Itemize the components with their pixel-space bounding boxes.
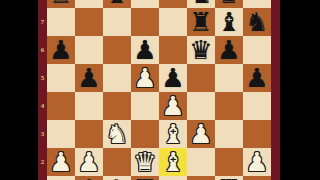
rank-label-7: 7 bbox=[38, 17, 47, 27]
square-b2 bbox=[75, 148, 103, 176]
square-f2 bbox=[187, 148, 215, 176]
square-g7 bbox=[215, 8, 243, 36]
square-e4 bbox=[159, 92, 187, 120]
square-d2 bbox=[131, 148, 159, 176]
square-d7 bbox=[131, 8, 159, 36]
square-h5 bbox=[243, 64, 271, 92]
square-e2 bbox=[159, 148, 187, 176]
square-a7 bbox=[47, 8, 75, 36]
square-h8 bbox=[243, 0, 271, 8]
square-a2 bbox=[47, 148, 75, 176]
square-g5 bbox=[215, 64, 243, 92]
square-e1 bbox=[159, 176, 187, 180]
square-f5 bbox=[187, 64, 215, 92]
rank-label-3: 3 bbox=[38, 129, 47, 139]
square-d4 bbox=[131, 92, 159, 120]
square-d5 bbox=[131, 64, 159, 92]
square-a8 bbox=[47, 0, 75, 8]
letterbox-right bbox=[280, 0, 320, 180]
square-c4 bbox=[103, 92, 131, 120]
square-f7 bbox=[187, 8, 215, 36]
square-b1 bbox=[75, 176, 103, 180]
square-h7 bbox=[243, 8, 271, 36]
square-f3 bbox=[187, 120, 215, 148]
square-f8 bbox=[187, 0, 215, 8]
square-a3 bbox=[47, 120, 75, 148]
square-b7 bbox=[75, 8, 103, 36]
square-c2 bbox=[103, 148, 131, 176]
square-g6 bbox=[215, 36, 243, 64]
square-a1 bbox=[47, 176, 75, 180]
square-b5 bbox=[75, 64, 103, 92]
square-d1 bbox=[131, 176, 159, 180]
rank-label-5: 5 bbox=[38, 73, 47, 83]
square-f4 bbox=[187, 92, 215, 120]
square-g2 bbox=[215, 148, 243, 176]
square-e6 bbox=[159, 36, 187, 64]
letterbox-left bbox=[0, 0, 38, 180]
square-b4 bbox=[75, 92, 103, 120]
rank-label-6: 6 bbox=[38, 45, 47, 55]
square-b3 bbox=[75, 120, 103, 148]
square-g8 bbox=[215, 0, 243, 8]
rank-label-2: 2 bbox=[38, 157, 47, 167]
square-e5 bbox=[159, 64, 187, 92]
square-h1 bbox=[243, 176, 271, 180]
square-g1 bbox=[215, 176, 243, 180]
square-c3 bbox=[103, 120, 131, 148]
square-e8 bbox=[159, 0, 187, 8]
square-c6 bbox=[103, 36, 131, 64]
square-e7 bbox=[159, 8, 187, 36]
square-f1 bbox=[187, 176, 215, 180]
rank-label-4: 4 bbox=[38, 101, 47, 111]
square-d8 bbox=[131, 0, 159, 8]
square-c7 bbox=[103, 8, 131, 36]
chess-video-frame[interactable]: ♜♝♞♚♜♝♞♟♟♛♟♟♟♟♟♟♞♝♟♟♟♛♝♟♚♞♜♜ 765432 bbox=[0, 0, 320, 180]
square-e3 bbox=[159, 120, 187, 148]
square-g3 bbox=[215, 120, 243, 148]
square-h3 bbox=[243, 120, 271, 148]
square-h4 bbox=[243, 92, 271, 120]
square-c1 bbox=[103, 176, 131, 180]
square-b8 bbox=[75, 0, 103, 8]
square-c8 bbox=[103, 0, 131, 8]
square-a6 bbox=[47, 36, 75, 64]
square-b6 bbox=[75, 36, 103, 64]
square-g4 bbox=[215, 92, 243, 120]
square-a4 bbox=[47, 92, 75, 120]
square-c5 bbox=[103, 64, 131, 92]
square-d3 bbox=[131, 120, 159, 148]
square-h2 bbox=[243, 148, 271, 176]
chess-board: ♜♝♞♚♜♝♞♟♟♛♟♟♟♟♟♟♞♝♟♟♟♛♝♟♚♞♜♜ bbox=[47, 0, 271, 180]
square-d6 bbox=[131, 36, 159, 64]
square-h6 bbox=[243, 36, 271, 64]
square-f6 bbox=[187, 36, 215, 64]
square-a5 bbox=[47, 64, 75, 92]
